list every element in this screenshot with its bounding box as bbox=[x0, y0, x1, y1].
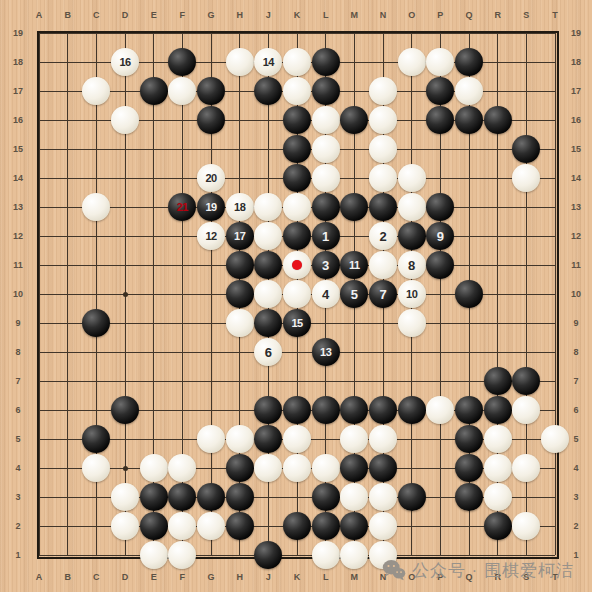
stone-N17 bbox=[369, 77, 397, 105]
stone-K6 bbox=[283, 396, 311, 424]
move-number-19: 19 bbox=[205, 201, 216, 213]
coord-label-left: 14 bbox=[6, 172, 30, 184]
go-diagram: AA1919BB1818CC1717DD1616EE1515FF1414GG13… bbox=[0, 0, 592, 592]
coord-label-top: L bbox=[316, 9, 336, 21]
coord-label-top: R bbox=[488, 9, 508, 21]
coord-label-left: 18 bbox=[6, 56, 30, 68]
coord-label-left: 1 bbox=[6, 549, 30, 561]
move-number-11: 11 bbox=[349, 259, 360, 271]
stone-L2 bbox=[312, 512, 340, 540]
coord-label-right: 11 bbox=[564, 259, 588, 271]
stone-Q5 bbox=[455, 425, 483, 453]
stone-N12: 2 bbox=[369, 222, 397, 250]
coord-label-bottom: J bbox=[258, 571, 278, 583]
coord-label-left: 7 bbox=[6, 375, 30, 387]
coord-label-right: 15 bbox=[564, 143, 588, 155]
stone-H5 bbox=[226, 425, 254, 453]
stone-G13: 19 bbox=[197, 193, 225, 221]
stone-R7 bbox=[484, 367, 512, 395]
coord-label-top: M bbox=[344, 9, 364, 21]
coord-label-left: 6 bbox=[6, 404, 30, 416]
stone-R16 bbox=[484, 106, 512, 134]
coord-label-bottom: A bbox=[29, 571, 49, 583]
stone-G12: 12 bbox=[197, 222, 225, 250]
coord-label-top: O bbox=[402, 9, 422, 21]
stone-Q6 bbox=[455, 396, 483, 424]
coord-label-bottom: F bbox=[172, 571, 192, 583]
coord-label-right: 4 bbox=[564, 462, 588, 474]
stone-K2 bbox=[283, 512, 311, 540]
coord-label-top: P bbox=[430, 9, 450, 21]
stone-E3 bbox=[140, 483, 168, 511]
stone-Q10 bbox=[455, 280, 483, 308]
stone-L8: 13 bbox=[312, 338, 340, 366]
coord-label-right: 6 bbox=[564, 404, 588, 416]
stone-L14 bbox=[312, 164, 340, 192]
stone-F1 bbox=[168, 541, 196, 569]
coord-label-left: 9 bbox=[6, 317, 30, 329]
stone-G14: 20 bbox=[197, 164, 225, 192]
stone-G17 bbox=[197, 77, 225, 105]
stone-E17 bbox=[140, 77, 168, 105]
coord-label-left: 19 bbox=[6, 27, 30, 39]
move-number-21: 21 bbox=[177, 201, 188, 213]
stone-K16 bbox=[283, 106, 311, 134]
coord-label-right: 18 bbox=[564, 56, 588, 68]
wechat-icon bbox=[382, 559, 406, 581]
move-number-9: 9 bbox=[437, 229, 444, 244]
coord-label-left: 2 bbox=[6, 520, 30, 532]
stone-L1 bbox=[312, 541, 340, 569]
stone-N6 bbox=[369, 396, 397, 424]
stone-H18 bbox=[226, 48, 254, 76]
stone-O12 bbox=[398, 222, 426, 250]
stone-O10: 10 bbox=[398, 280, 426, 308]
coord-label-bottom: G bbox=[201, 571, 221, 583]
stone-L6 bbox=[312, 396, 340, 424]
coord-label-top: G bbox=[201, 9, 221, 21]
stone-L13 bbox=[312, 193, 340, 221]
stone-H9 bbox=[226, 309, 254, 337]
coord-label-left: 13 bbox=[6, 201, 30, 213]
stone-O11: 8 bbox=[398, 251, 426, 279]
coord-label-top: Q bbox=[459, 9, 479, 21]
stone-Q16 bbox=[455, 106, 483, 134]
stone-H10 bbox=[226, 280, 254, 308]
coord-label-top: T bbox=[545, 9, 565, 21]
stone-H2 bbox=[226, 512, 254, 540]
move-number-17: 17 bbox=[234, 230, 245, 242]
star-point bbox=[123, 292, 128, 297]
move-number-5: 5 bbox=[351, 287, 358, 302]
stone-N14 bbox=[369, 164, 397, 192]
coord-label-bottom: L bbox=[316, 571, 336, 583]
coord-label-right: 9 bbox=[564, 317, 588, 329]
stone-R4 bbox=[484, 454, 512, 482]
stone-M1 bbox=[340, 541, 368, 569]
coord-label-top: K bbox=[287, 9, 307, 21]
stone-N4 bbox=[369, 454, 397, 482]
coord-label-right: 17 bbox=[564, 85, 588, 97]
coord-label-top: N bbox=[373, 9, 393, 21]
stone-K18 bbox=[283, 48, 311, 76]
stone-O3 bbox=[398, 483, 426, 511]
coord-label-right: 19 bbox=[564, 27, 588, 39]
coord-label-right: 13 bbox=[564, 201, 588, 213]
stone-N3 bbox=[369, 483, 397, 511]
stone-E2 bbox=[140, 512, 168, 540]
coord-label-bottom: M bbox=[344, 571, 364, 583]
stone-H11 bbox=[226, 251, 254, 279]
coord-label-bottom: H bbox=[230, 571, 250, 583]
stone-G5 bbox=[197, 425, 225, 453]
move-number-10: 10 bbox=[406, 288, 417, 300]
coord-label-left: 12 bbox=[6, 230, 30, 242]
coord-label-top: C bbox=[86, 9, 106, 21]
coord-label-top: A bbox=[29, 9, 49, 21]
stone-R6 bbox=[484, 396, 512, 424]
coord-label-top: H bbox=[230, 9, 250, 21]
stone-D2 bbox=[111, 512, 139, 540]
coord-label-left: 5 bbox=[6, 433, 30, 445]
stone-K10 bbox=[283, 280, 311, 308]
coord-label-bottom: E bbox=[144, 571, 164, 583]
coord-label-left: 11 bbox=[6, 259, 30, 271]
stone-G16 bbox=[197, 106, 225, 134]
move-number-6: 6 bbox=[265, 345, 272, 360]
move-number-3: 3 bbox=[322, 258, 329, 273]
stone-N15 bbox=[369, 135, 397, 163]
coord-label-right: 2 bbox=[564, 520, 588, 532]
stone-H4 bbox=[226, 454, 254, 482]
coord-label-right: 12 bbox=[564, 230, 588, 242]
watermark-text: 公众号 · 围棋爱柯洁 bbox=[412, 559, 574, 582]
last-move-red-dot bbox=[292, 260, 302, 270]
stone-K4 bbox=[283, 454, 311, 482]
coord-label-top: S bbox=[516, 9, 536, 21]
coord-label-left: 3 bbox=[6, 491, 30, 503]
coord-label-bottom: K bbox=[287, 571, 307, 583]
coord-label-left: 4 bbox=[6, 462, 30, 474]
stone-J1 bbox=[254, 541, 282, 569]
move-number-13: 13 bbox=[320, 346, 331, 358]
move-number-8: 8 bbox=[408, 258, 415, 273]
stone-N13 bbox=[369, 193, 397, 221]
move-number-4: 4 bbox=[322, 287, 329, 302]
stone-H12: 17 bbox=[226, 222, 254, 250]
stone-L4 bbox=[312, 454, 340, 482]
stone-N11 bbox=[369, 251, 397, 279]
stone-G3 bbox=[197, 483, 225, 511]
stone-K17 bbox=[283, 77, 311, 105]
stone-K12 bbox=[283, 222, 311, 250]
coord-label-bottom: C bbox=[86, 571, 106, 583]
move-number-20: 20 bbox=[205, 172, 216, 184]
stone-O18 bbox=[398, 48, 426, 76]
stone-Q4 bbox=[455, 454, 483, 482]
stone-N10: 7 bbox=[369, 280, 397, 308]
coord-label-left: 10 bbox=[6, 288, 30, 300]
stone-L10: 4 bbox=[312, 280, 340, 308]
stone-K14 bbox=[283, 164, 311, 192]
coord-label-left: 15 bbox=[6, 143, 30, 155]
star-point bbox=[123, 466, 128, 471]
stone-D16 bbox=[111, 106, 139, 134]
stone-L12: 1 bbox=[312, 222, 340, 250]
stone-K13 bbox=[283, 193, 311, 221]
stone-R3 bbox=[484, 483, 512, 511]
stone-L17 bbox=[312, 77, 340, 105]
coord-label-right: 8 bbox=[564, 346, 588, 358]
coord-label-top: J bbox=[258, 9, 278, 21]
move-number-2: 2 bbox=[379, 229, 386, 244]
stone-O6 bbox=[398, 396, 426, 424]
move-number-12: 12 bbox=[205, 230, 216, 242]
stone-O9 bbox=[398, 309, 426, 337]
coord-label-right: 16 bbox=[564, 114, 588, 126]
coord-label-bottom: D bbox=[115, 571, 135, 583]
stone-L16 bbox=[312, 106, 340, 134]
stone-N5 bbox=[369, 425, 397, 453]
stone-O14 bbox=[398, 164, 426, 192]
stone-D18: 16 bbox=[111, 48, 139, 76]
coord-label-right: 10 bbox=[564, 288, 588, 300]
move-number-14: 14 bbox=[263, 56, 274, 68]
stone-K11 bbox=[283, 251, 311, 279]
coord-label-top: D bbox=[115, 9, 135, 21]
coord-label-right: 14 bbox=[564, 172, 588, 184]
stone-L3 bbox=[312, 483, 340, 511]
stone-E4 bbox=[140, 454, 168, 482]
watermark: 公众号 · 围棋爱柯洁 bbox=[382, 558, 574, 582]
stone-H3 bbox=[226, 483, 254, 511]
move-number-16: 16 bbox=[119, 56, 130, 68]
stone-L18 bbox=[312, 48, 340, 76]
coord-label-top: E bbox=[144, 9, 164, 21]
coord-label-top: B bbox=[58, 9, 78, 21]
stone-D6 bbox=[111, 396, 139, 424]
coord-label-right: 7 bbox=[564, 375, 588, 387]
stone-Q17 bbox=[455, 77, 483, 105]
stone-L15 bbox=[312, 135, 340, 163]
coord-label-left: 8 bbox=[6, 346, 30, 358]
stone-R2 bbox=[484, 512, 512, 540]
stone-K9: 15 bbox=[283, 309, 311, 337]
stone-N2 bbox=[369, 512, 397, 540]
stone-E1 bbox=[140, 541, 168, 569]
coord-label-right: 3 bbox=[564, 491, 588, 503]
coord-label-top: F bbox=[172, 9, 192, 21]
stone-R5 bbox=[484, 425, 512, 453]
stone-K15 bbox=[283, 135, 311, 163]
stone-H13: 18 bbox=[226, 193, 254, 221]
stone-D3 bbox=[111, 483, 139, 511]
move-number-7: 7 bbox=[379, 287, 386, 302]
stone-K5 bbox=[283, 425, 311, 453]
coord-label-bottom: B bbox=[58, 571, 78, 583]
stone-N16 bbox=[369, 106, 397, 134]
stone-Q18 bbox=[455, 48, 483, 76]
stone-O13 bbox=[398, 193, 426, 221]
move-number-15: 15 bbox=[291, 317, 302, 329]
move-number-18: 18 bbox=[234, 201, 245, 213]
stone-G2 bbox=[197, 512, 225, 540]
stone-Q3 bbox=[455, 483, 483, 511]
coord-label-left: 17 bbox=[6, 85, 30, 97]
stone-T5 bbox=[541, 425, 569, 453]
stone-L11: 3 bbox=[312, 251, 340, 279]
coord-label-left: 16 bbox=[6, 114, 30, 126]
move-number-1: 1 bbox=[322, 229, 329, 244]
